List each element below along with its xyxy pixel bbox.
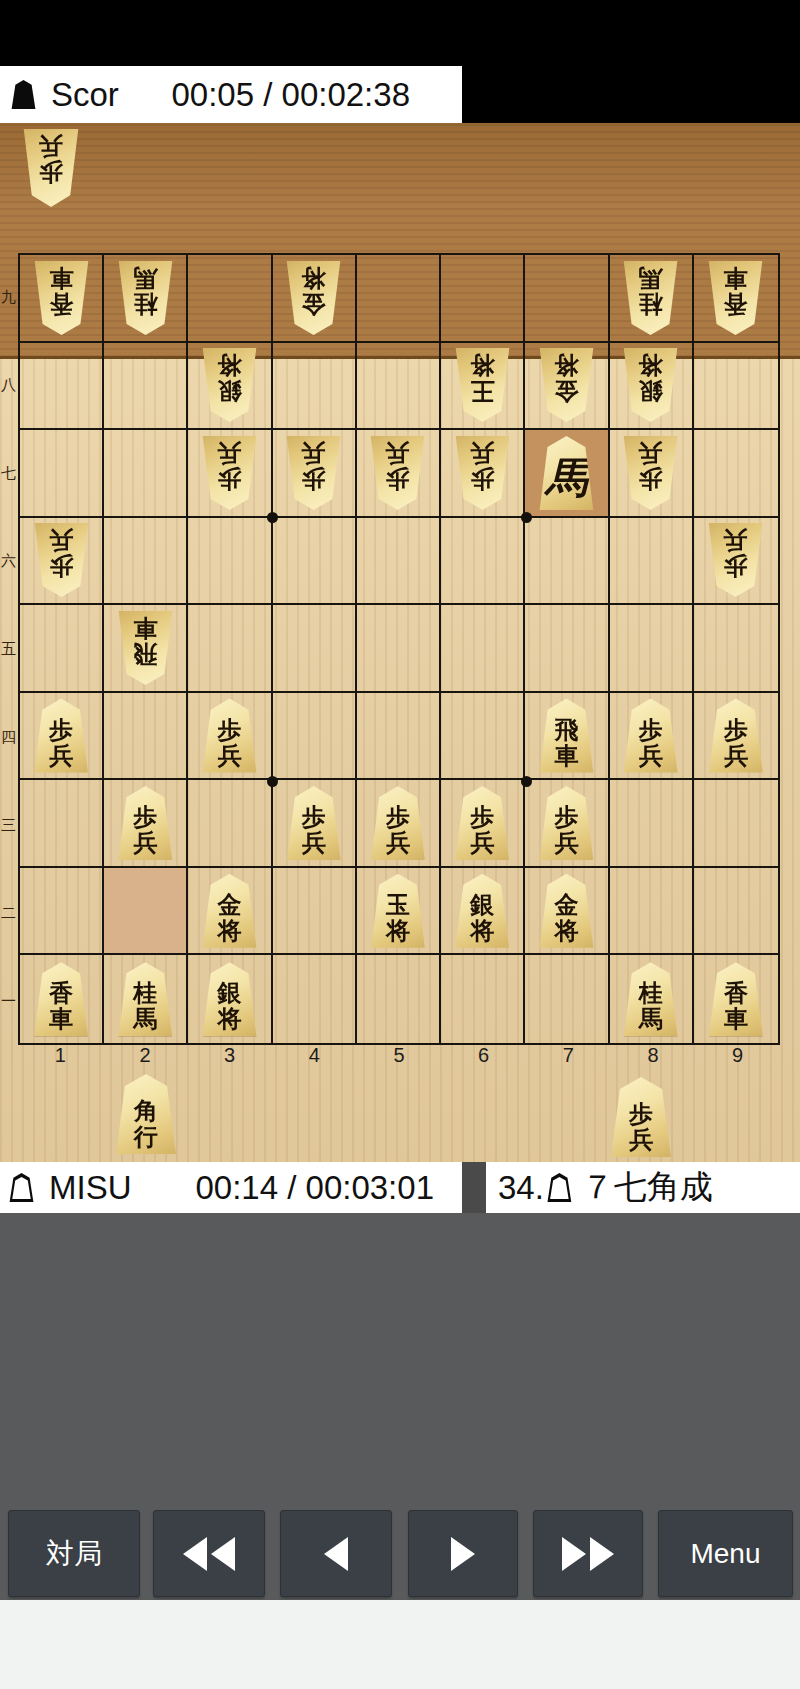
piece-歩兵[interactable]: 歩兵 bbox=[705, 699, 766, 773]
piece-飛車[interactable]: 飛車 bbox=[115, 611, 176, 685]
forward-icon bbox=[590, 1537, 614, 1571]
footer-strip bbox=[0, 1600, 800, 1689]
square-7七[interactable]: 馬 bbox=[525, 430, 609, 518]
piece-kanji: 王将 bbox=[470, 348, 494, 418]
piece-歩兵[interactable]: 歩兵 bbox=[199, 699, 260, 773]
square-5七[interactable]: 歩兵 bbox=[357, 430, 441, 518]
piece-kanji: 桂馬 bbox=[133, 966, 157, 1036]
square-2八[interactable] bbox=[104, 343, 188, 431]
move-number: 34. bbox=[498, 1169, 544, 1207]
piece-kanji: 銀将 bbox=[218, 348, 242, 418]
piece-kanji: 金将 bbox=[302, 261, 326, 331]
menu-button[interactable]: Menu bbox=[658, 1510, 793, 1597]
square-7九[interactable] bbox=[525, 255, 609, 343]
square-5一[interactable] bbox=[357, 955, 441, 1043]
square-6二[interactable]: 銀将 bbox=[441, 868, 525, 956]
next-icon bbox=[451, 1537, 475, 1571]
piece-kanji: 桂馬 bbox=[133, 261, 157, 331]
piece-銀将[interactable]: 銀将 bbox=[452, 874, 513, 948]
first-move-button[interactable] bbox=[153, 1510, 265, 1597]
top-player-clock: 00:05 / 00:02:38 bbox=[171, 76, 410, 114]
piece-香車[interactable]: 香車 bbox=[31, 962, 92, 1036]
square-3三[interactable] bbox=[188, 780, 272, 868]
square-2一[interactable]: 桂馬 bbox=[104, 955, 188, 1043]
piece-歩兵[interactable]: 歩兵 bbox=[620, 436, 681, 510]
square-3五[interactable] bbox=[188, 605, 272, 693]
piece-kanji: 歩兵 bbox=[639, 703, 663, 773]
square-9八[interactable] bbox=[694, 343, 778, 431]
piece-歩兵[interactable]: 歩兵 bbox=[452, 436, 513, 510]
square-1一[interactable]: 香車 bbox=[20, 955, 104, 1043]
file-label-2: 2 bbox=[103, 1044, 188, 1067]
square-1八[interactable] bbox=[20, 343, 104, 431]
app-screen: Scor 00:05 / 00:02:38 香車桂馬金将桂馬香車銀将王将金将銀将… bbox=[0, 0, 800, 1689]
star-point bbox=[267, 512, 278, 523]
shogi-board: 香車桂馬金将桂馬香車銀将王将金将銀将歩兵歩兵歩兵歩兵馬歩兵歩兵歩兵飛車歩兵歩兵飛… bbox=[18, 253, 780, 1045]
square-4七[interactable]: 歩兵 bbox=[273, 430, 357, 518]
piece-kanji: 香車 bbox=[49, 966, 73, 1036]
piece-kanji: 歩兵 bbox=[629, 1087, 653, 1157]
piece-香車[interactable]: 香車 bbox=[31, 261, 92, 335]
file-label-3: 3 bbox=[187, 1044, 272, 1067]
piece-歩兵[interactable]: 歩兵 bbox=[536, 786, 597, 860]
square-6六[interactable] bbox=[441, 518, 525, 606]
rank-labels: 九八七六五四三二一 bbox=[0, 253, 17, 1045]
piece-kanji: 香車 bbox=[49, 261, 73, 331]
rank-label-七: 七 bbox=[0, 429, 17, 517]
piece-飛車[interactable]: 飛車 bbox=[536, 699, 597, 773]
last-move-text: ７七角成 bbox=[581, 1165, 713, 1210]
square-2六[interactable] bbox=[104, 518, 188, 606]
piece-銀将[interactable]: 銀将 bbox=[620, 348, 681, 422]
square-3七[interactable]: 歩兵 bbox=[188, 430, 272, 518]
piece-玉将[interactable]: 玉将 bbox=[367, 874, 428, 948]
play-button[interactable]: 対局 bbox=[8, 1510, 140, 1597]
piece-kanji: 歩兵 bbox=[554, 790, 578, 860]
bottom-player-name: MISU bbox=[49, 1169, 132, 1207]
square-6九[interactable] bbox=[441, 255, 525, 343]
square-7二[interactable]: 金将 bbox=[525, 868, 609, 956]
rank-label-六: 六 bbox=[0, 517, 17, 605]
rank-label-四: 四 bbox=[0, 693, 17, 781]
square-3一[interactable]: 銀将 bbox=[188, 955, 272, 1043]
square-2二[interactable] bbox=[104, 868, 188, 956]
file-label-6: 6 bbox=[441, 1044, 526, 1067]
star-point bbox=[521, 776, 532, 787]
square-2四[interactable] bbox=[104, 693, 188, 781]
square-5二[interactable]: 玉将 bbox=[357, 868, 441, 956]
square-9五[interactable] bbox=[694, 605, 778, 693]
piece-歩兵[interactable]: 歩兵 bbox=[452, 786, 513, 860]
status-bar-divider bbox=[462, 1162, 486, 1213]
forward-icon bbox=[562, 1537, 586, 1571]
square-6八[interactable]: 王将 bbox=[441, 343, 525, 431]
square-8二[interactable] bbox=[610, 868, 694, 956]
piece-kanji: 歩兵 bbox=[639, 436, 663, 506]
piece-kanji: 飛車 bbox=[133, 611, 157, 681]
piece-歩兵[interactable]: 歩兵 bbox=[31, 523, 92, 597]
square-5九[interactable] bbox=[357, 255, 441, 343]
square-8七[interactable]: 歩兵 bbox=[610, 430, 694, 518]
square-4六[interactable] bbox=[273, 518, 357, 606]
piece-kanji: 金将 bbox=[554, 878, 578, 948]
square-6一[interactable] bbox=[441, 955, 525, 1043]
square-1三[interactable] bbox=[20, 780, 104, 868]
piece-歩兵[interactable]: 歩兵 bbox=[620, 699, 681, 773]
file-label-8: 8 bbox=[611, 1044, 696, 1067]
top-player-bar: Scor 00:05 / 00:02:38 bbox=[0, 66, 462, 123]
square-5六[interactable] bbox=[357, 518, 441, 606]
piece-kanji: 歩兵 bbox=[386, 436, 410, 506]
piece-金将[interactable]: 金将 bbox=[199, 874, 260, 948]
square-2九[interactable]: 桂馬 bbox=[104, 255, 188, 343]
file-label-7: 7 bbox=[526, 1044, 611, 1067]
top-player-name: Scor bbox=[51, 76, 119, 114]
square-7一[interactable] bbox=[525, 955, 609, 1043]
square-4四[interactable] bbox=[273, 693, 357, 781]
square-8一[interactable]: 桂馬 bbox=[610, 955, 694, 1043]
piece-香車[interactable]: 香車 bbox=[705, 261, 766, 335]
piece-歩兵[interactable]: 歩兵 bbox=[367, 786, 428, 860]
square-5五[interactable] bbox=[357, 605, 441, 693]
piece-金将[interactable]: 金将 bbox=[536, 874, 597, 948]
piece-kanji: 銀将 bbox=[218, 966, 242, 1036]
piece-kanji: 歩兵 bbox=[49, 703, 73, 773]
sente-piece-icon bbox=[10, 80, 37, 109]
square-1五[interactable] bbox=[20, 605, 104, 693]
square-9一[interactable]: 香車 bbox=[694, 955, 778, 1043]
star-point bbox=[267, 776, 278, 787]
piece-銀将[interactable]: 銀将 bbox=[199, 348, 260, 422]
piece-kanji: 歩兵 bbox=[470, 790, 494, 860]
rank-label-二: 二 bbox=[0, 869, 17, 957]
square-9六[interactable]: 歩兵 bbox=[694, 518, 778, 606]
square-9九[interactable]: 香車 bbox=[694, 255, 778, 343]
star-point bbox=[521, 512, 532, 523]
square-2三[interactable]: 歩兵 bbox=[104, 780, 188, 868]
piece-kanji: 桂馬 bbox=[639, 261, 663, 331]
square-6五[interactable] bbox=[441, 605, 525, 693]
move-player-icon bbox=[546, 1173, 573, 1202]
piece-歩兵[interactable]: 歩兵 bbox=[705, 523, 766, 597]
piece-kanji: 歩兵 bbox=[39, 129, 63, 199]
square-4一[interactable] bbox=[273, 955, 357, 1043]
file-label-9: 9 bbox=[695, 1044, 780, 1067]
piece-kanji: 銀将 bbox=[639, 348, 663, 418]
piece-kanji: 香車 bbox=[724, 261, 748, 331]
piece-桂馬[interactable]: 桂馬 bbox=[620, 962, 681, 1036]
square-5四[interactable] bbox=[357, 693, 441, 781]
file-labels: 123456789 bbox=[18, 1044, 780, 1066]
square-7六[interactable] bbox=[525, 518, 609, 606]
piece-kanji: 歩兵 bbox=[302, 436, 326, 506]
square-3四[interactable]: 歩兵 bbox=[188, 693, 272, 781]
piece-kanji: 歩兵 bbox=[302, 790, 326, 860]
square-7八[interactable]: 金将 bbox=[525, 343, 609, 431]
piece-kanji: 角行 bbox=[134, 1084, 158, 1154]
square-8四[interactable]: 歩兵 bbox=[610, 693, 694, 781]
rank-label-五: 五 bbox=[0, 605, 17, 693]
gote-piece-icon bbox=[8, 1173, 35, 1202]
bottom-player-bar: MISU 00:14 / 00:03:01 bbox=[0, 1162, 462, 1213]
square-5八[interactable] bbox=[357, 343, 441, 431]
square-8九[interactable]: 桂馬 bbox=[610, 255, 694, 343]
square-7五[interactable] bbox=[525, 605, 609, 693]
last-move-button[interactable] bbox=[533, 1510, 643, 1597]
piece-kanji: 歩兵 bbox=[470, 436, 494, 506]
piece-王将[interactable]: 王将 bbox=[452, 348, 513, 422]
square-2七[interactable] bbox=[104, 430, 188, 518]
piece-歩兵[interactable]: 歩兵 bbox=[367, 436, 428, 510]
square-4八[interactable] bbox=[273, 343, 357, 431]
piece-桂馬[interactable]: 桂馬 bbox=[115, 261, 176, 335]
square-1七[interactable] bbox=[20, 430, 104, 518]
square-6四[interactable] bbox=[441, 693, 525, 781]
file-label-4: 4 bbox=[272, 1044, 357, 1067]
bottom-player-clock: 00:14 / 00:03:01 bbox=[195, 1169, 434, 1207]
piece-歩兵[interactable]: 歩兵 bbox=[199, 436, 260, 510]
square-4五[interactable] bbox=[273, 605, 357, 693]
square-1二[interactable] bbox=[20, 868, 104, 956]
square-3六[interactable] bbox=[188, 518, 272, 606]
prev-icon bbox=[324, 1537, 348, 1571]
piece-香車[interactable]: 香車 bbox=[705, 962, 766, 1036]
square-1四[interactable]: 歩兵 bbox=[20, 693, 104, 781]
square-4三[interactable]: 歩兵 bbox=[273, 780, 357, 868]
rank-label-八: 八 bbox=[0, 341, 17, 429]
square-7三[interactable]: 歩兵 bbox=[525, 780, 609, 868]
piece-歩兵[interactable]: 歩兵 bbox=[283, 436, 344, 510]
piece-桂馬[interactable]: 桂馬 bbox=[115, 962, 176, 1036]
next-move-button[interactable] bbox=[408, 1510, 518, 1597]
piece-kanji: 桂馬 bbox=[639, 966, 663, 1036]
piece-kanji: 歩兵 bbox=[386, 790, 410, 860]
square-4二[interactable] bbox=[273, 868, 357, 956]
rank-label-一: 一 bbox=[0, 957, 17, 1045]
piece-銀将[interactable]: 銀将 bbox=[199, 962, 260, 1036]
rewind-icon bbox=[183, 1537, 207, 1571]
square-9七[interactable] bbox=[694, 430, 778, 518]
piece-金将[interactable]: 金将 bbox=[283, 261, 344, 335]
last-move-bar: 34. ７七角成 bbox=[486, 1162, 800, 1213]
file-label-5: 5 bbox=[357, 1044, 442, 1067]
piece-歩兵[interactable]: 歩兵 bbox=[283, 786, 344, 860]
square-5三[interactable]: 歩兵 bbox=[357, 780, 441, 868]
square-3二[interactable]: 金将 bbox=[188, 868, 272, 956]
rewind-icon bbox=[211, 1537, 235, 1571]
square-6七[interactable]: 歩兵 bbox=[441, 430, 525, 518]
piece-桂馬[interactable]: 桂馬 bbox=[620, 261, 681, 335]
piece-kanji: 飛車 bbox=[554, 703, 578, 773]
square-1九[interactable]: 香車 bbox=[20, 255, 104, 343]
piece-歩兵[interactable]: 歩兵 bbox=[115, 786, 176, 860]
piece-kanji: 歩兵 bbox=[49, 523, 73, 593]
piece-kanji: 香車 bbox=[724, 966, 748, 1036]
square-8八[interactable]: 銀将 bbox=[610, 343, 694, 431]
piece-kanji: 玉将 bbox=[386, 878, 410, 948]
square-9三[interactable] bbox=[694, 780, 778, 868]
piece-kanji: 金将 bbox=[554, 348, 578, 418]
piece-歩兵[interactable]: 歩兵 bbox=[31, 699, 92, 773]
piece-kanji: 銀将 bbox=[470, 878, 494, 948]
piece-kanji: 金将 bbox=[218, 878, 242, 948]
square-1六[interactable]: 歩兵 bbox=[20, 518, 104, 606]
piece-kanji: 歩兵 bbox=[218, 436, 242, 506]
square-8五[interactable] bbox=[610, 605, 694, 693]
square-8三[interactable] bbox=[610, 780, 694, 868]
square-6三[interactable]: 歩兵 bbox=[441, 780, 525, 868]
piece-kanji: 歩兵 bbox=[218, 703, 242, 773]
square-3九[interactable] bbox=[188, 255, 272, 343]
promoted-piece-馬[interactable]: 馬 bbox=[536, 436, 597, 510]
prev-move-button[interactable] bbox=[280, 1510, 392, 1597]
piece-金将[interactable]: 金将 bbox=[536, 348, 597, 422]
piece-kanji: 歩兵 bbox=[724, 703, 748, 773]
square-9四[interactable]: 歩兵 bbox=[694, 693, 778, 781]
file-label-1: 1 bbox=[18, 1044, 103, 1067]
square-2五[interactable]: 飛車 bbox=[104, 605, 188, 693]
square-4九[interactable]: 金将 bbox=[273, 255, 357, 343]
piece-kanji: 馬 bbox=[545, 434, 587, 510]
rank-label-九: 九 bbox=[0, 253, 17, 341]
square-8六[interactable] bbox=[610, 518, 694, 606]
rank-label-三: 三 bbox=[0, 781, 17, 869]
piece-kanji: 歩兵 bbox=[724, 523, 748, 593]
square-7四[interactable]: 飛車 bbox=[525, 693, 609, 781]
piece-kanji: 歩兵 bbox=[133, 790, 157, 860]
square-9二[interactable] bbox=[694, 868, 778, 956]
square-3八[interactable]: 銀将 bbox=[188, 343, 272, 431]
